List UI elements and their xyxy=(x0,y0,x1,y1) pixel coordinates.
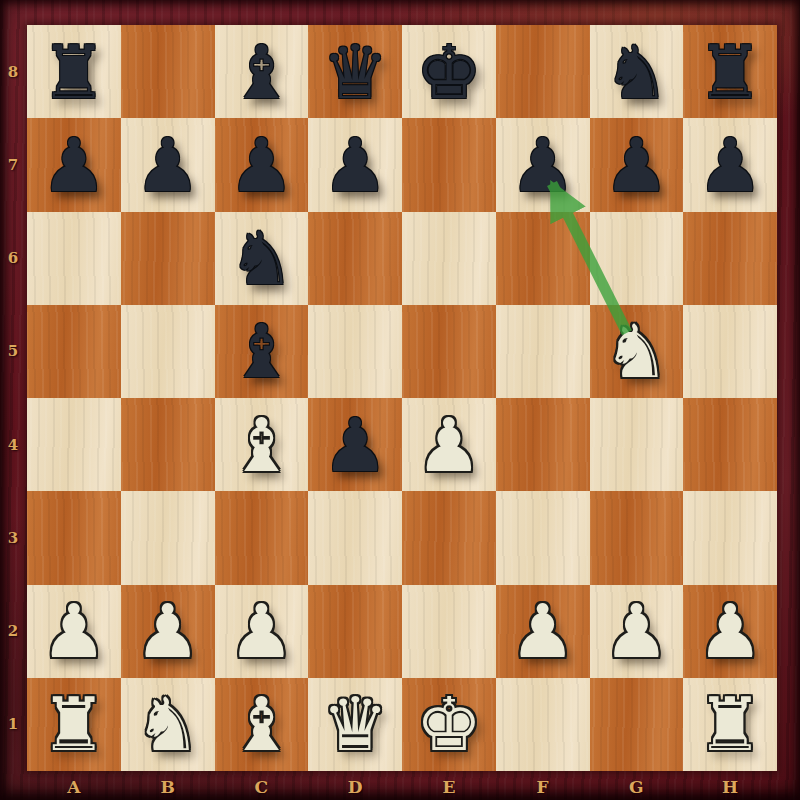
square-f3[interactable] xyxy=(496,491,590,584)
file-label-c: C xyxy=(255,777,269,797)
square-a3[interactable] xyxy=(27,491,121,584)
file-label-g: G xyxy=(629,777,644,797)
square-a2[interactable]: ♟ xyxy=(27,585,121,678)
piece-black-knight[interactable]: ♞ xyxy=(228,221,294,295)
piece-black-queen[interactable]: ♛ xyxy=(322,35,388,109)
piece-white-knight[interactable]: ♞ xyxy=(134,687,200,761)
file-label-d: D xyxy=(348,777,363,797)
square-h3[interactable] xyxy=(683,491,777,584)
rank-label-7: 7 xyxy=(8,156,18,174)
piece-black-rook[interactable]: ♜ xyxy=(697,35,763,109)
square-g2[interactable]: ♟ xyxy=(590,585,684,678)
piece-black-pawn[interactable]: ♟ xyxy=(41,128,107,202)
square-d6[interactable] xyxy=(308,212,402,305)
square-d1[interactable]: ♛ xyxy=(308,678,402,771)
square-d7[interactable]: ♟ xyxy=(308,118,402,211)
file-label-b: B xyxy=(160,777,174,797)
file-label-a: A xyxy=(67,777,80,797)
square-d4[interactable]: ♟ xyxy=(308,398,402,491)
piece-black-king[interactable]: ♚ xyxy=(416,35,482,109)
square-b8[interactable] xyxy=(121,25,215,118)
piece-black-knight[interactable]: ♞ xyxy=(603,35,669,109)
piece-white-king[interactable]: ♚ xyxy=(416,687,482,761)
piece-black-pawn[interactable]: ♟ xyxy=(322,128,388,202)
square-e6[interactable] xyxy=(402,212,496,305)
square-f4[interactable] xyxy=(496,398,590,491)
square-d5[interactable] xyxy=(308,305,402,398)
rank-label-8: 8 xyxy=(8,63,18,81)
square-h2[interactable]: ♟ xyxy=(683,585,777,678)
piece-white-pawn[interactable]: ♟ xyxy=(416,408,482,482)
file-label-e: E xyxy=(442,777,455,797)
square-g8[interactable]: ♞ xyxy=(590,25,684,118)
square-b5[interactable] xyxy=(121,305,215,398)
square-e5[interactable] xyxy=(402,305,496,398)
square-f8[interactable] xyxy=(496,25,590,118)
square-b3[interactable] xyxy=(121,491,215,584)
chess-app-window: ♜♝♛♚♞♜♟♟♟♟♟♟♟♞♝♞♝♟♟♟♟♟♟♟♟♜♞♝♛♚♜ 87654321… xyxy=(0,0,800,800)
square-g3[interactable] xyxy=(590,491,684,584)
square-a1[interactable]: ♜ xyxy=(27,678,121,771)
square-e3[interactable] xyxy=(402,491,496,584)
square-e4[interactable]: ♟ xyxy=(402,398,496,491)
piece-white-pawn[interactable]: ♟ xyxy=(134,594,200,668)
piece-white-queen[interactable]: ♛ xyxy=(322,687,388,761)
square-f1[interactable] xyxy=(496,678,590,771)
square-h6[interactable] xyxy=(683,212,777,305)
square-h5[interactable] xyxy=(683,305,777,398)
square-e2[interactable] xyxy=(402,585,496,678)
piece-white-rook[interactable]: ♜ xyxy=(697,687,763,761)
square-g1[interactable] xyxy=(590,678,684,771)
file-label-f: F xyxy=(537,777,549,797)
chess-board: ♜♝♛♚♞♜♟♟♟♟♟♟♟♞♝♞♝♟♟♟♟♟♟♟♟♜♞♝♛♚♜ xyxy=(27,25,777,771)
square-a7[interactable]: ♟ xyxy=(27,118,121,211)
square-c3[interactable] xyxy=(215,491,309,584)
piece-black-bishop[interactable]: ♝ xyxy=(228,314,294,388)
rank-label-1: 1 xyxy=(8,715,18,733)
square-e1[interactable]: ♚ xyxy=(402,678,496,771)
piece-black-pawn[interactable]: ♟ xyxy=(603,128,669,202)
square-d3[interactable] xyxy=(308,491,402,584)
square-e8[interactable]: ♚ xyxy=(402,25,496,118)
piece-white-pawn[interactable]: ♟ xyxy=(228,594,294,668)
piece-black-rook[interactable]: ♜ xyxy=(41,35,107,109)
piece-white-rook[interactable]: ♜ xyxy=(41,687,107,761)
square-b4[interactable] xyxy=(121,398,215,491)
rank-label-3: 3 xyxy=(8,529,18,547)
piece-black-pawn[interactable]: ♟ xyxy=(228,128,294,202)
square-b6[interactable] xyxy=(121,212,215,305)
square-g7[interactable]: ♟ xyxy=(590,118,684,211)
square-f6[interactable] xyxy=(496,212,590,305)
square-b2[interactable]: ♟ xyxy=(121,585,215,678)
square-a5[interactable] xyxy=(27,305,121,398)
piece-black-pawn[interactable]: ♟ xyxy=(509,128,575,202)
square-b1[interactable]: ♞ xyxy=(121,678,215,771)
rank-label-4: 4 xyxy=(8,436,18,454)
square-c7[interactable]: ♟ xyxy=(215,118,309,211)
rank-label-5: 5 xyxy=(8,342,18,360)
square-a4[interactable] xyxy=(27,398,121,491)
piece-white-pawn[interactable]: ♟ xyxy=(603,594,669,668)
square-c5[interactable]: ♝ xyxy=(215,305,309,398)
square-d8[interactable]: ♛ xyxy=(308,25,402,118)
piece-white-pawn[interactable]: ♟ xyxy=(41,594,107,668)
square-a6[interactable] xyxy=(27,212,121,305)
square-h7[interactable]: ♟ xyxy=(683,118,777,211)
piece-black-pawn[interactable]: ♟ xyxy=(322,408,388,482)
piece-black-pawn[interactable]: ♟ xyxy=(697,128,763,202)
piece-black-pawn[interactable]: ♟ xyxy=(134,128,200,202)
square-h1[interactable]: ♜ xyxy=(683,678,777,771)
square-c8[interactable]: ♝ xyxy=(215,25,309,118)
square-h8[interactable]: ♜ xyxy=(683,25,777,118)
square-f5[interactable] xyxy=(496,305,590,398)
square-c4[interactable]: ♝ xyxy=(215,398,309,491)
square-f7[interactable]: ♟ xyxy=(496,118,590,211)
piece-white-pawn[interactable]: ♟ xyxy=(509,594,575,668)
piece-white-knight[interactable]: ♞ xyxy=(603,314,669,388)
square-a8[interactable]: ♜ xyxy=(27,25,121,118)
square-c6[interactable]: ♞ xyxy=(215,212,309,305)
square-g4[interactable] xyxy=(590,398,684,491)
square-b7[interactable]: ♟ xyxy=(121,118,215,211)
piece-white-pawn[interactable]: ♟ xyxy=(697,594,763,668)
piece-black-bishop[interactable]: ♝ xyxy=(228,35,294,109)
piece-white-bishop[interactable]: ♝ xyxy=(228,687,294,761)
file-label-h: H xyxy=(722,777,738,797)
square-c1[interactable]: ♝ xyxy=(215,678,309,771)
square-g5[interactable]: ♞ xyxy=(590,305,684,398)
square-c2[interactable]: ♟ xyxy=(215,585,309,678)
square-d2[interactable] xyxy=(308,585,402,678)
rank-label-6: 6 xyxy=(8,249,18,267)
square-g6[interactable] xyxy=(590,212,684,305)
piece-white-bishop[interactable]: ♝ xyxy=(228,408,294,482)
square-h4[interactable] xyxy=(683,398,777,491)
square-e7[interactable] xyxy=(402,118,496,211)
rank-label-2: 2 xyxy=(8,622,18,640)
square-f2[interactable]: ♟ xyxy=(496,585,590,678)
